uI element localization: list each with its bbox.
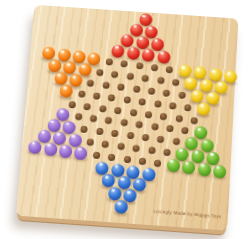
- empty-hole[interactable]: [154, 100, 162, 108]
- empty-hole[interactable]: [126, 73, 134, 81]
- empty-hole[interactable]: [84, 102, 92, 110]
- empty-hole[interactable]: [172, 138, 180, 146]
- empty-hole[interactable]: [138, 98, 146, 106]
- empty-hole[interactable]: [181, 127, 189, 135]
- empty-hole[interactable]: [114, 106, 122, 114]
- chinese-checkers-board: Lovingly Made by Bigjigs Toys: [16, 5, 238, 231]
- empty-hole[interactable]: [151, 123, 159, 131]
- empty-hole[interactable]: [178, 91, 186, 99]
- empty-hole[interactable]: [169, 102, 177, 110]
- empty-hole[interactable]: [163, 149, 171, 157]
- photo-background: Lovingly Made by Bigjigs Toys: [0, 0, 252, 239]
- empty-hole[interactable]: [148, 147, 156, 155]
- empty-hole[interactable]: [123, 156, 131, 164]
- empty-hole[interactable]: [160, 112, 168, 120]
- empty-hole[interactable]: [80, 126, 88, 134]
- empty-hole[interactable]: [102, 141, 110, 149]
- empty-hole[interactable]: [138, 158, 146, 166]
- empty-hole[interactable]: [108, 94, 116, 102]
- empty-hole[interactable]: [105, 117, 113, 125]
- empty-hole[interactable]: [117, 143, 125, 151]
- empty-hole[interactable]: [135, 121, 143, 129]
- peg-orange[interactable]: [41, 46, 56, 60]
- peg-yellow[interactable]: [196, 102, 210, 116]
- empty-hole[interactable]: [163, 89, 171, 97]
- empty-hole[interactable]: [132, 85, 140, 93]
- empty-hole[interactable]: [172, 78, 180, 86]
- empty-hole[interactable]: [74, 113, 82, 121]
- empty-hole[interactable]: [87, 79, 95, 87]
- empty-hole[interactable]: [142, 134, 150, 142]
- peg-blue[interactable]: [95, 161, 110, 176]
- empty-hole[interactable]: [166, 125, 174, 133]
- empty-hole[interactable]: [190, 116, 198, 124]
- peg-orange[interactable]: [59, 84, 74, 98]
- empty-hole[interactable]: [129, 108, 137, 116]
- empty-hole[interactable]: [99, 104, 107, 112]
- empty-hole[interactable]: [111, 71, 119, 79]
- peg-red[interactable]: [156, 50, 170, 64]
- empty-hole[interactable]: [175, 114, 183, 122]
- peg-yellow[interactable]: [190, 89, 204, 103]
- empty-hole[interactable]: [86, 139, 94, 147]
- peg-blue[interactable]: [107, 187, 122, 202]
- empty-hole[interactable]: [120, 119, 128, 127]
- empty-hole[interactable]: [96, 69, 104, 77]
- peg-grid: [10, 0, 244, 236]
- empty-hole[interactable]: [108, 154, 116, 162]
- empty-hole[interactable]: [96, 128, 104, 136]
- peg-orange[interactable]: [53, 71, 68, 85]
- empty-hole[interactable]: [184, 104, 192, 112]
- empty-hole[interactable]: [154, 160, 162, 168]
- empty-hole[interactable]: [123, 96, 131, 104]
- empty-hole[interactable]: [93, 92, 101, 100]
- empty-hole[interactable]: [117, 83, 125, 91]
- empty-hole[interactable]: [105, 58, 113, 66]
- empty-hole[interactable]: [166, 66, 174, 74]
- peg-purple[interactable]: [62, 120, 77, 135]
- empty-hole[interactable]: [90, 115, 98, 123]
- empty-hole[interactable]: [111, 130, 119, 138]
- empty-hole[interactable]: [120, 60, 128, 68]
- peg-blue[interactable]: [101, 174, 116, 189]
- empty-hole[interactable]: [68, 100, 76, 108]
- empty-hole[interactable]: [102, 81, 110, 89]
- empty-hole[interactable]: [151, 64, 159, 72]
- peg-red[interactable]: [150, 37, 164, 51]
- empty-hole[interactable]: [142, 74, 150, 82]
- empty-hole[interactable]: [157, 76, 165, 84]
- empty-hole[interactable]: [135, 62, 143, 70]
- empty-hole[interactable]: [92, 152, 100, 160]
- peg-green[interactable]: [212, 164, 227, 179]
- peg-blue[interactable]: [113, 200, 128, 215]
- empty-hole[interactable]: [126, 132, 134, 140]
- empty-hole[interactable]: [157, 136, 165, 144]
- peg-purple[interactable]: [74, 146, 89, 161]
- empty-hole[interactable]: [132, 145, 140, 153]
- peg-green[interactable]: [197, 162, 212, 177]
- peg-purple[interactable]: [43, 142, 58, 157]
- empty-hole[interactable]: [145, 110, 153, 118]
- empty-hole[interactable]: [78, 90, 86, 98]
- empty-hole[interactable]: [148, 87, 156, 95]
